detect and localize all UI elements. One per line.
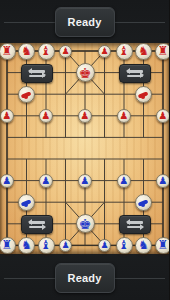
chariot-icon: ♜ bbox=[158, 239, 169, 251]
red-elephant[interactable]: ♝ bbox=[38, 43, 55, 60]
red-horse[interactable]: ♞ bbox=[135, 43, 152, 60]
elephant-icon: ♝ bbox=[41, 239, 52, 251]
red-chariot[interactable]: ♜ bbox=[0, 43, 16, 60]
pawn-icon: ♟ bbox=[81, 176, 90, 186]
swap-arrows-icon bbox=[29, 226, 45, 229]
blue-cannon[interactable] bbox=[18, 194, 35, 211]
red-horse[interactable]: ♞ bbox=[18, 43, 35, 60]
elephant-icon: ♝ bbox=[41, 45, 52, 57]
opponent-ready-button[interactable]: Ready bbox=[55, 7, 115, 37]
red-chariot[interactable]: ♜ bbox=[155, 43, 170, 60]
pawn-icon: ♟ bbox=[159, 111, 168, 121]
pawn-icon: ♟ bbox=[159, 176, 168, 186]
red-pawn[interactable]: ♟ bbox=[78, 109, 92, 123]
cannon-icon bbox=[21, 197, 32, 207]
blue-pawn[interactable]: ♟ bbox=[78, 174, 92, 188]
red-cannon[interactable] bbox=[18, 86, 35, 103]
pawn-icon: ♟ bbox=[42, 176, 51, 186]
red-pawn[interactable]: ♟ bbox=[0, 109, 14, 123]
pawn-icon: ♟ bbox=[3, 176, 12, 186]
swap-arrows-icon bbox=[127, 75, 143, 78]
chariot-icon: ♜ bbox=[158, 45, 169, 57]
horse-icon: ♞ bbox=[21, 239, 32, 251]
horse-icon: ♞ bbox=[138, 45, 149, 57]
swap-arrows-icon bbox=[29, 75, 45, 78]
pawn-icon: ♟ bbox=[81, 111, 90, 121]
blue-horse[interactable]: ♞ bbox=[18, 237, 35, 254]
blue-king[interactable]: ♚ bbox=[76, 214, 95, 233]
swap-pieces-button-red-left[interactable] bbox=[21, 64, 53, 83]
red-cannon[interactable] bbox=[135, 86, 152, 103]
king-icon: ♚ bbox=[79, 217, 92, 231]
blue-elephant[interactable]: ♝ bbox=[116, 237, 133, 254]
red-pawn[interactable]: ♟ bbox=[39, 109, 53, 123]
cannon-icon bbox=[21, 89, 32, 99]
horse-icon: ♞ bbox=[21, 45, 32, 57]
swap-pieces-button-red-right[interactable] bbox=[119, 64, 151, 83]
blue-elephant[interactable]: ♝ bbox=[38, 237, 55, 254]
advisor-icon: ♟ bbox=[100, 241, 108, 250]
red-pawn[interactable]: ♟ bbox=[117, 109, 131, 123]
red-pawn[interactable]: ♟ bbox=[156, 109, 169, 123]
elephant-icon: ♝ bbox=[119, 45, 130, 57]
blue-horse[interactable]: ♞ bbox=[135, 237, 152, 254]
blue-advisor[interactable]: ♟ bbox=[59, 239, 72, 252]
advisor-icon: ♟ bbox=[61, 47, 69, 56]
red-king[interactable]: ♚ bbox=[76, 63, 95, 82]
blue-chariot[interactable]: ♜ bbox=[155, 237, 170, 254]
chariot-icon: ♜ bbox=[2, 45, 13, 57]
king-icon: ♚ bbox=[79, 66, 92, 80]
opponent-bar: Ready bbox=[0, 0, 169, 43]
elephant-icon: ♝ bbox=[119, 239, 130, 251]
pawn-icon: ♟ bbox=[3, 111, 12, 121]
xiangqi-board: ♜♞♝♟♟♝♞♜♚♟♟♟♟♟♟♟♟♟♟♚♜♞♝♟♟♝♞♜ bbox=[0, 43, 169, 254]
cannon-icon bbox=[138, 89, 149, 99]
red-elephant[interactable]: ♝ bbox=[116, 43, 133, 60]
swap-arrows-icon bbox=[127, 226, 143, 229]
advisor-icon: ♟ bbox=[100, 47, 108, 56]
cannon-icon bbox=[138, 197, 149, 207]
blue-pawn[interactable]: ♟ bbox=[156, 174, 169, 188]
player-ready-button[interactable]: Ready bbox=[55, 263, 115, 293]
pawn-icon: ♟ bbox=[120, 176, 129, 186]
blue-advisor[interactable]: ♟ bbox=[98, 239, 111, 252]
blue-pawn[interactable]: ♟ bbox=[117, 174, 131, 188]
player-bar: Ready bbox=[0, 254, 169, 300]
blue-pawn[interactable]: ♟ bbox=[0, 174, 14, 188]
pawn-icon: ♟ bbox=[42, 111, 51, 121]
advisor-icon: ♟ bbox=[61, 241, 69, 250]
swap-pieces-button-blue-right[interactable] bbox=[119, 215, 151, 234]
xiangqi-setup-screen: Ready ♜♞♝♟♟♝♞♜♚♟♟♟♟♟♟♟♟♟♟♚♜♞♝♟♟♝♞♜ Ready bbox=[0, 0, 169, 300]
chariot-icon: ♜ bbox=[2, 239, 13, 251]
horse-icon: ♞ bbox=[138, 239, 149, 251]
swap-pieces-button-blue-left[interactable] bbox=[21, 215, 53, 234]
blue-pawn[interactable]: ♟ bbox=[39, 174, 53, 188]
blue-cannon[interactable] bbox=[135, 194, 152, 211]
blue-chariot[interactable]: ♜ bbox=[0, 237, 16, 254]
red-advisor[interactable]: ♟ bbox=[59, 45, 72, 58]
red-advisor[interactable]: ♟ bbox=[98, 45, 111, 58]
pawn-icon: ♟ bbox=[120, 111, 129, 121]
